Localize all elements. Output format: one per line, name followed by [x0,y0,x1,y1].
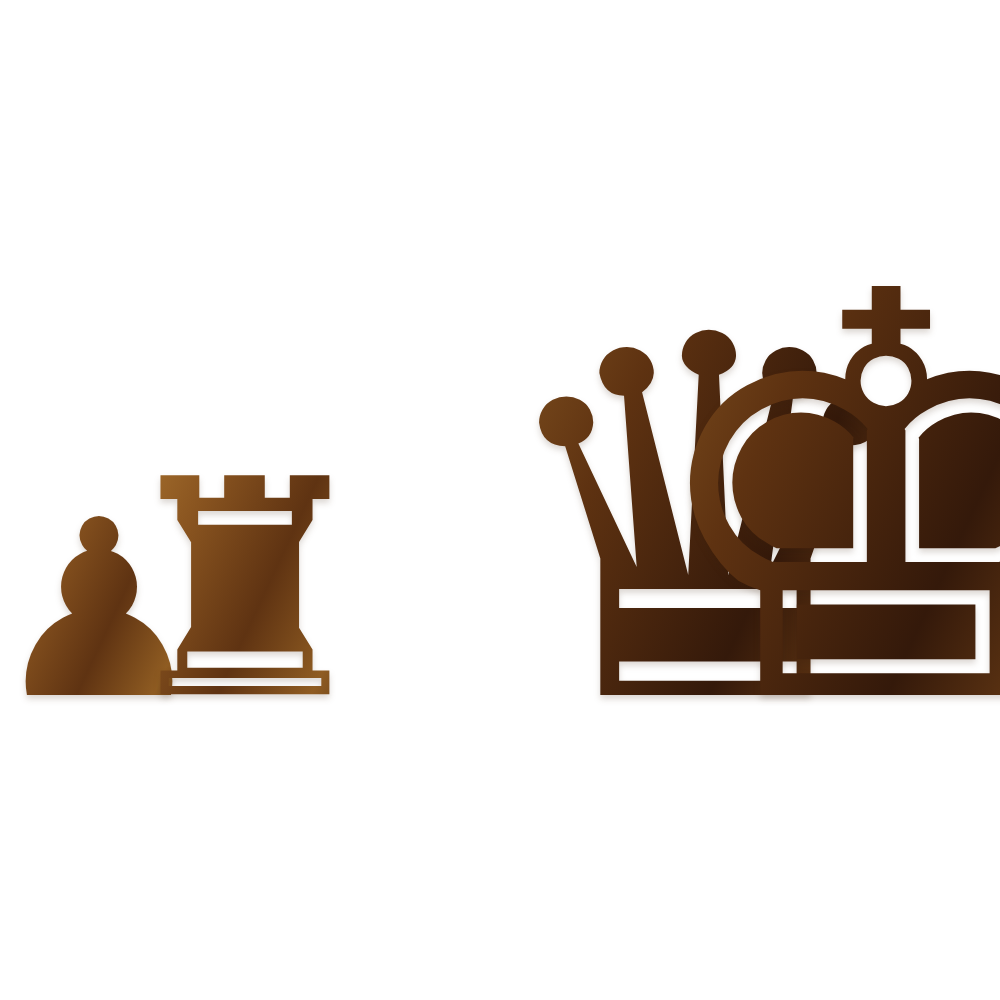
chess-pieces-photo: ♟ ♜ ♞ ♝ ♛ ♚ [0,0,1000,1000]
king-piece: ♚ [635,221,1000,781]
